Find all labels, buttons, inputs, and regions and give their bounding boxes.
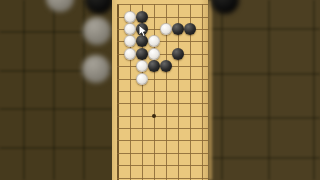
blurred-grid-line [0, 108, 112, 110]
grid-line [117, 140, 208, 141]
white-stone [136, 60, 148, 72]
white-stone [124, 11, 136, 23]
black-stone [136, 23, 148, 35]
black-stone [136, 48, 148, 60]
go-board[interactable] [112, 0, 208, 180]
blurred-grid-line [208, 28, 320, 30]
black-stone [136, 11, 148, 23]
black-stone [148, 60, 160, 72]
grid-line [117, 103, 208, 104]
white-stone [124, 35, 136, 47]
blurred-stone [82, 55, 110, 83]
blurred-grid-line [208, 117, 320, 119]
white-stone [148, 35, 160, 47]
blurred-grid-line [208, 157, 320, 159]
black-stone [136, 35, 148, 47]
white-stone [160, 23, 172, 35]
blurred-grid-line [208, 73, 320, 75]
grid-line [117, 165, 208, 166]
black-stone [160, 60, 172, 72]
blurred-stone [85, 0, 112, 14]
grid-line [117, 128, 208, 129]
blurred-grid-line [23, 0, 25, 180]
black-stone [172, 23, 184, 35]
background-blur-left [0, 0, 112, 180]
blurred-grid-line [313, 0, 315, 180]
blurred-grid-line [53, 0, 55, 180]
white-stone [136, 73, 148, 85]
blurred-stone [211, 0, 239, 14]
grid-line [117, 91, 208, 92]
black-stone [184, 23, 196, 35]
white-stone [124, 48, 136, 60]
blurred-board-edge [208, 0, 212, 180]
grid-line [117, 178, 208, 179]
video-frame [0, 0, 320, 180]
black-stone [172, 48, 184, 60]
grid-line [117, 4, 208, 5]
blurred-stone [46, 0, 74, 12]
background-blur-right [208, 0, 320, 180]
star-point [152, 114, 156, 118]
grid-line [117, 79, 208, 80]
blurred-grid-line [0, 147, 112, 149]
grid-line [117, 116, 208, 117]
white-stone [124, 23, 136, 35]
blurred-grid-line [268, 0, 270, 180]
white-stone [148, 48, 160, 60]
blurred-grid-line [221, 0, 223, 180]
grid-line [117, 153, 208, 154]
blurred-stone [83, 17, 111, 45]
